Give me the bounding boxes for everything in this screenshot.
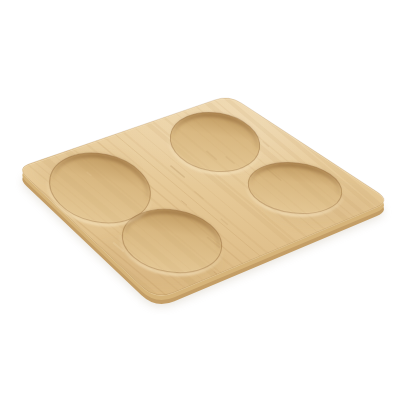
product-photo: Square bamboo wood tray with four circul…: [0, 0, 400, 400]
bamboo-tray-illustration: [0, 0, 400, 400]
